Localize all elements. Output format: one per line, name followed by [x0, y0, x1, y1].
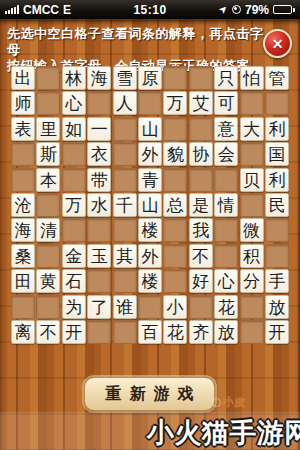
cell-r8c1[interactable]: 桑: [11, 244, 35, 268]
cell-r8c4[interactable]: 玉: [87, 244, 111, 268]
cell-r2c7[interactable]: 万: [163, 91, 187, 115]
cell-r6c10: [240, 193, 264, 217]
cell-r2c5[interactable]: 人: [113, 91, 137, 115]
cell-r6c2: [36, 193, 60, 217]
cell-r11c8[interactable]: 齐: [189, 320, 213, 344]
cell-r1c8: [189, 66, 213, 90]
cell-r10c2: [36, 295, 60, 319]
cell-r10c5[interactable]: 谁: [113, 295, 137, 319]
cell-r9c10[interactable]: 分: [240, 269, 264, 293]
cell-r4c7[interactable]: 貌: [163, 142, 187, 166]
cell-r2c1[interactable]: 师: [11, 91, 35, 115]
cell-r7c7: [163, 218, 187, 242]
close-banner-button[interactable]: ✕: [263, 29, 292, 58]
cell-r4c5: [113, 142, 137, 166]
cell-r5c6[interactable]: 青: [138, 168, 162, 192]
cell-r1c9[interactable]: 只: [214, 66, 238, 90]
close-icon: ✕: [272, 37, 284, 51]
cell-r1c4[interactable]: 海: [87, 66, 111, 90]
cell-r2c4: [87, 91, 111, 115]
cell-r4c8[interactable]: 协: [189, 142, 213, 166]
status-bar: CMCC E 15:10 ➤ 79%: [0, 0, 300, 19]
cell-r6c3[interactable]: 万: [62, 193, 86, 217]
cell-r5c4[interactable]: 带: [87, 168, 111, 192]
cell-r6c4[interactable]: 水: [87, 193, 111, 217]
clock-label: 15:10: [0, 3, 300, 17]
cell-r2c2: [36, 91, 60, 115]
cell-r8c6[interactable]: 外: [138, 244, 162, 268]
cell-r11c2[interactable]: 不: [36, 320, 60, 344]
cell-r1c6[interactable]: 原: [138, 66, 162, 90]
cell-r11c9[interactable]: 放: [214, 320, 238, 344]
cell-r7c11: [265, 218, 289, 242]
cell-r4c1: [11, 142, 35, 166]
cell-r9c3[interactable]: 石: [62, 269, 86, 293]
cell-r3c4[interactable]: 一: [87, 117, 111, 141]
app-screen: CMCC E 15:10 ➤ 79% 先选中空白格子查看词条的解释，再点击字母 …: [0, 0, 300, 450]
crossword-board: 出林海雪原只怕管师心人万艾可表里如一山意大利斯衣外貌协会国本带青贝利沧万水千山总…: [11, 66, 290, 344]
cell-r7c5: [113, 218, 137, 242]
rotation-lock-icon: [232, 5, 241, 14]
cell-r10c6: [138, 295, 162, 319]
cell-r9c8[interactable]: 好: [189, 269, 213, 293]
cell-r2c9[interactable]: 可: [214, 91, 238, 115]
cell-r7c10[interactable]: 微: [240, 218, 264, 242]
cell-r11c3[interactable]: 开: [62, 320, 86, 344]
xiaopi-watermark-label: 小皮: [223, 395, 245, 410]
cell-r11c10: [240, 320, 264, 344]
cell-r5c9: [214, 168, 238, 192]
cell-r10c10: [240, 295, 264, 319]
cell-r7c3: [62, 218, 86, 242]
cell-r6c5[interactable]: 千: [113, 193, 137, 217]
cell-r10c1: [11, 295, 35, 319]
cell-r7c8[interactable]: 我: [189, 218, 213, 242]
cell-r5c5: [113, 168, 137, 192]
cell-r9c9[interactable]: 心: [214, 269, 238, 293]
cell-r3c2[interactable]: 里: [36, 117, 60, 141]
cell-r9c1[interactable]: 田: [11, 269, 35, 293]
cell-r9c11[interactable]: 手: [265, 269, 289, 293]
cell-r2c10: [240, 91, 264, 115]
xiaopi-watermark: 小皮: [212, 395, 245, 410]
game-background: 先选中空白格子查看词条的解释，再点击字母 按钮输入首字母，会自动显示正确的答案 …: [0, 19, 300, 450]
cell-r4c4[interactable]: 衣: [87, 142, 111, 166]
cell-r8c7: [163, 244, 187, 268]
cell-r6c7[interactable]: 总: [163, 193, 187, 217]
cell-r3c6[interactable]: 山: [138, 117, 162, 141]
cell-r6c6[interactable]: 山: [138, 193, 162, 217]
cell-r4c6[interactable]: 外: [138, 142, 162, 166]
cell-r2c6: [138, 91, 162, 115]
cell-r4c2[interactable]: 斯: [36, 142, 60, 166]
cell-r4c3: [62, 142, 86, 166]
cell-r6c11[interactable]: 民: [265, 193, 289, 217]
cell-r5c3: [62, 168, 86, 192]
cell-r3c5: [113, 117, 137, 141]
cell-r11c6[interactable]: 百: [138, 320, 162, 344]
cell-r3c11[interactable]: 利: [265, 117, 289, 141]
cell-r11c11[interactable]: 开: [265, 320, 289, 344]
cell-r7c4: [87, 218, 111, 242]
cell-r4c11[interactable]: 国: [265, 142, 289, 166]
cell-r3c10[interactable]: 大: [240, 117, 264, 141]
cell-r10c9[interactable]: 花: [214, 295, 238, 319]
cell-r8c11: [265, 244, 289, 268]
cell-r8c5[interactable]: 其: [113, 244, 137, 268]
cell-r8c3[interactable]: 金: [62, 244, 86, 268]
cell-r5c2[interactable]: 本: [36, 168, 60, 192]
cell-r3c9[interactable]: 意: [214, 117, 238, 141]
cell-r6c9[interactable]: 情: [214, 193, 238, 217]
cell-r8c2: [36, 244, 60, 268]
cell-r7c1[interactable]: 海: [11, 218, 35, 242]
cell-r5c11[interactable]: 利: [265, 168, 289, 192]
cell-r6c1[interactable]: 沧: [11, 193, 35, 217]
cell-r9c7: [163, 269, 187, 293]
site-watermark: 小火猫手游网: [147, 415, 300, 450]
cell-r1c7: [163, 66, 187, 90]
cell-r11c1[interactable]: 离: [11, 320, 35, 344]
cell-r1c2: [36, 66, 60, 90]
cell-r3c1[interactable]: 表: [11, 117, 35, 141]
cell-r4c10: [240, 142, 264, 166]
cell-r1c10[interactable]: 怕: [240, 66, 264, 90]
cell-r1c3[interactable]: 林: [62, 66, 86, 90]
cell-r7c9: [214, 218, 238, 242]
cell-r9c2[interactable]: 黄: [36, 269, 60, 293]
cell-r2c3[interactable]: 心: [62, 91, 86, 115]
cell-r5c8: [189, 168, 213, 192]
cell-r5c1: [11, 168, 35, 192]
cell-r8c10[interactable]: 积: [240, 244, 264, 268]
restart-game-button[interactable]: 重新游戏: [84, 377, 215, 411]
cell-r1c11[interactable]: 管: [265, 66, 289, 90]
instruction-line-1: 先选中空白格子查看词条的解释，再点击字母: [7, 26, 265, 58]
cell-r5c7: [163, 168, 187, 192]
cell-r1c5[interactable]: 雪: [113, 66, 137, 90]
cell-r3c7: [163, 117, 187, 141]
cell-r10c3[interactable]: 为: [62, 295, 86, 319]
cell-r9c4: [87, 269, 111, 293]
cell-r5c10[interactable]: 贝: [240, 168, 264, 192]
cell-r10c7[interactable]: 小: [163, 295, 187, 319]
cell-r10c11[interactable]: 放: [265, 295, 289, 319]
cell-r9c6[interactable]: 楼: [138, 269, 162, 293]
cell-r8c8[interactable]: 不: [189, 244, 213, 268]
cell-r1c1[interactable]: 出: [11, 66, 35, 90]
cell-r3c8: [189, 117, 213, 141]
cell-r10c8: [189, 295, 213, 319]
cell-r11c4: [87, 320, 111, 344]
xiaopi-logo-icon: [212, 398, 221, 407]
cell-r2c8[interactable]: 艾: [189, 91, 213, 115]
cell-r7c6[interactable]: 楼: [138, 218, 162, 242]
cell-r6c8[interactable]: 是: [189, 193, 213, 217]
cell-r8c9: [214, 244, 238, 268]
cell-r10c4[interactable]: 了: [87, 295, 111, 319]
cell-r3c3[interactable]: 如: [62, 117, 86, 141]
cell-r11c7[interactable]: 花: [163, 320, 187, 344]
cell-r4c9[interactable]: 会: [214, 142, 238, 166]
cell-r7c2[interactable]: 清: [36, 218, 60, 242]
cell-r9c5: [113, 269, 137, 293]
cell-r11c5: [113, 320, 137, 344]
cell-r2c11: [265, 91, 289, 115]
